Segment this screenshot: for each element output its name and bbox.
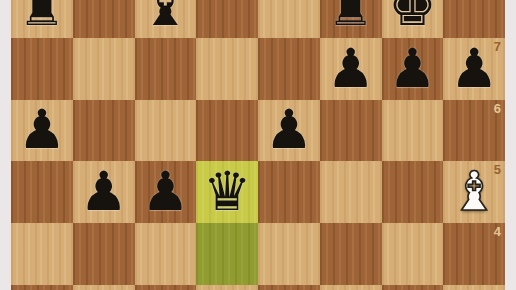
square-e7[interactable]: [258, 38, 320, 100]
square-c3[interactable]: [135, 285, 197, 290]
square-c6[interactable]: [135, 100, 197, 162]
square-f3[interactable]: [320, 285, 382, 290]
square-b3[interactable]: [73, 285, 135, 290]
square-f8[interactable]: ♜: [320, 0, 382, 38]
black-pawn[interactable]: ♟: [73, 161, 135, 223]
left-margin: [0, 0, 11, 290]
square-a4[interactable]: [11, 223, 73, 285]
square-c7[interactable]: [135, 38, 197, 100]
square-h8[interactable]: [443, 0, 505, 38]
square-b7[interactable]: [73, 38, 135, 100]
square-g6[interactable]: [382, 100, 444, 162]
square-f4[interactable]: [320, 223, 382, 285]
square-g7[interactable]: ♟: [382, 38, 444, 100]
square-b5[interactable]: ♟: [73, 161, 135, 223]
square-a6[interactable]: ♟: [11, 100, 73, 162]
square-b4[interactable]: [73, 223, 135, 285]
rank-label-6: 6: [494, 102, 501, 115]
square-c5[interactable]: ♟: [135, 161, 197, 223]
square-g3[interactable]: [382, 285, 444, 290]
square-d8[interactable]: [196, 0, 258, 38]
black-rook[interactable]: ♜: [320, 0, 382, 38]
square-g4[interactable]: [382, 223, 444, 285]
black-queen[interactable]: ♛: [196, 161, 258, 223]
black-pawn[interactable]: ♟: [11, 100, 73, 162]
rank-label-7: 7: [494, 40, 501, 53]
square-g8[interactable]: ♚: [382, 0, 444, 38]
square-e6[interactable]: ♟: [258, 100, 320, 162]
chess-app-screenshot: ♜♝♜♚♟♟♟7♟♟6♟♟♛♝54: [0, 0, 516, 290]
square-f6[interactable]: [320, 100, 382, 162]
rank-label-4: 4: [494, 225, 501, 238]
square-a7[interactable]: [11, 38, 73, 100]
square-c8[interactable]: ♝: [135, 0, 197, 38]
square-a5[interactable]: [11, 161, 73, 223]
square-d7[interactable]: [196, 38, 258, 100]
square-a8[interactable]: ♜: [11, 0, 73, 38]
square-h7[interactable]: ♟7: [443, 38, 505, 100]
square-h3[interactable]: [443, 285, 505, 290]
square-c4[interactable]: [135, 223, 197, 285]
square-b8[interactable]: [73, 0, 135, 38]
square-e4[interactable]: [258, 223, 320, 285]
square-e3[interactable]: [258, 285, 320, 290]
black-pawn[interactable]: ♟: [382, 38, 444, 100]
square-h5[interactable]: ♝5: [443, 161, 505, 223]
square-d4[interactable]: [196, 223, 258, 285]
rank-label-5: 5: [494, 163, 501, 176]
black-pawn[interactable]: ♟: [135, 161, 197, 223]
square-g5[interactable]: [382, 161, 444, 223]
square-a3[interactable]: [11, 285, 73, 290]
square-h6[interactable]: 6: [443, 100, 505, 162]
square-d5[interactable]: ♛: [196, 161, 258, 223]
square-h4[interactable]: 4: [443, 223, 505, 285]
square-f5[interactable]: [320, 161, 382, 223]
black-rook[interactable]: ♜: [11, 0, 73, 38]
square-d6[interactable]: [196, 100, 258, 162]
black-king[interactable]: ♚: [382, 0, 444, 38]
chess-board: ♜♝♜♚♟♟♟7♟♟6♟♟♛♝54: [11, 0, 505, 290]
right-margin: [505, 0, 516, 290]
square-f7[interactable]: ♟: [320, 38, 382, 100]
black-bishop[interactable]: ♝: [135, 0, 197, 38]
square-e8[interactable]: [258, 0, 320, 38]
square-b6[interactable]: [73, 100, 135, 162]
square-e5[interactable]: [258, 161, 320, 223]
black-pawn[interactable]: ♟: [320, 38, 382, 100]
black-pawn[interactable]: ♟: [258, 100, 320, 162]
square-d3[interactable]: [196, 285, 258, 290]
